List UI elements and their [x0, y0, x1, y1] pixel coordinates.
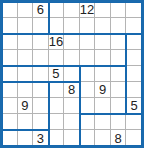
clue-number: 3: [37, 132, 44, 145]
grid-cell-r6c5[interactable]: 8: [64, 82, 80, 98]
grid-cell-r7c2[interactable]: 9: [18, 98, 34, 114]
clue-number: 6: [37, 3, 44, 16]
clue-number: 5: [52, 67, 59, 80]
grid-cell-r2c8[interactable]: [111, 18, 127, 34]
grid-cell-r8c7[interactable]: [95, 114, 111, 130]
grid-cell-r4c7[interactable]: [95, 50, 111, 66]
grid-cell-r5c2[interactable]: [18, 66, 34, 82]
grid-cell-r6c1[interactable]: [2, 82, 18, 98]
grid-cell-r1c4[interactable]: [49, 2, 65, 18]
grid-cell-r8c8[interactable]: [111, 114, 127, 130]
grid-cell-r3c3[interactable]: [33, 34, 49, 50]
grid-cell-r8c1[interactable]: [2, 114, 18, 130]
grid-cell-r1c2[interactable]: [18, 2, 34, 18]
shikaku-board: 612165899538: [0, 0, 144, 148]
grid-cell-r4c6[interactable]: [80, 50, 96, 66]
grid-cell-r6c3[interactable]: [33, 82, 49, 98]
grid-cell-r9c4[interactable]: [49, 130, 65, 146]
grid-cell-r6c4[interactable]: [49, 82, 65, 98]
clue-number: 16: [49, 35, 63, 48]
grid-cell-r3c8[interactable]: [111, 34, 127, 50]
grid-cell-r3c2[interactable]: [18, 34, 34, 50]
grid-cell-r4c3[interactable]: [33, 50, 49, 66]
grid-cell-r9c1[interactable]: [2, 130, 18, 146]
grid-cell-r7c3[interactable]: [33, 98, 49, 114]
grid-cell-r2c9[interactable]: [126, 18, 142, 34]
grid-cell-r9c8[interactable]: 8: [111, 130, 127, 146]
grid-cell-r6c8[interactable]: [111, 82, 127, 98]
grid-cell-r5c7[interactable]: [95, 66, 111, 82]
grid-cell-r4c4[interactable]: [49, 50, 65, 66]
clue-number: 12: [80, 3, 94, 16]
grid-cell-r4c2[interactable]: [18, 50, 34, 66]
grid-cell-r2c3[interactable]: [33, 18, 49, 34]
grid-cell-r9c5[interactable]: [64, 130, 80, 146]
grid-cell-r9c2[interactable]: [18, 130, 34, 146]
grid-cell-r6c7[interactable]: 9: [95, 82, 111, 98]
grid-cell-r9c9[interactable]: [126, 130, 142, 146]
grid-cell-r9c7[interactable]: [95, 130, 111, 146]
grid-cell-r6c9[interactable]: [126, 82, 142, 98]
grid-cell-r1c3[interactable]: 6: [33, 2, 49, 18]
grid-cell-r3c1[interactable]: [2, 34, 18, 50]
grid-cell-r1c7[interactable]: [95, 2, 111, 18]
grid-cell-r7c9[interactable]: 5: [126, 98, 142, 114]
grid-cell-r1c8[interactable]: [111, 2, 127, 18]
grid-cell-r7c7[interactable]: [95, 98, 111, 114]
grid-cell-r8c6[interactable]: [80, 114, 96, 130]
grid-cell-r2c1[interactable]: [2, 18, 18, 34]
grid-cell-r2c2[interactable]: [18, 18, 34, 34]
grid-cell-r4c8[interactable]: [111, 50, 127, 66]
clue-number: 5: [131, 99, 138, 112]
grid-cell-r6c6[interactable]: [80, 82, 96, 98]
grid-cell-r1c5[interactable]: [64, 2, 80, 18]
grid-cell-r5c6[interactable]: [80, 66, 96, 82]
grid-cell-r4c5[interactable]: [64, 50, 80, 66]
grid-cell-r6c2[interactable]: [18, 82, 34, 98]
grid-cell-r1c6[interactable]: 12: [80, 2, 96, 18]
grid-cell-r9c6[interactable]: [80, 130, 96, 146]
grid-cell-r1c9[interactable]: [126, 2, 142, 18]
grid-cell-r3c5[interactable]: [64, 34, 80, 50]
grid-cell-r8c2[interactable]: [18, 114, 34, 130]
grid-cell-r9c3[interactable]: 3: [33, 130, 49, 146]
clue-number: 8: [115, 132, 122, 145]
grid-cell-r2c4[interactable]: [49, 18, 65, 34]
grid-cell-r8c9[interactable]: [126, 114, 142, 130]
grid-cell-r4c1[interactable]: [2, 50, 18, 66]
grid-cell-r3c9[interactable]: [126, 34, 142, 50]
grid-cell-r4c9[interactable]: [126, 50, 142, 66]
grid-cell-r5c9[interactable]: [126, 66, 142, 82]
grid-cell-r7c1[interactable]: [2, 98, 18, 114]
clue-number: 8: [68, 83, 75, 96]
clue-number: 9: [21, 99, 28, 112]
grid-cell-r8c3[interactable]: [33, 114, 49, 130]
grid-cell-r3c7[interactable]: [95, 34, 111, 50]
puzzle-grid: 612165899538: [2, 2, 142, 146]
grid-cell-r7c4[interactable]: [49, 98, 65, 114]
grid-cell-r3c4[interactable]: 16: [49, 34, 65, 50]
grid-cell-r5c1[interactable]: [2, 66, 18, 82]
grid-cell-r2c6[interactable]: [80, 18, 96, 34]
grid-cell-r8c5[interactable]: [64, 114, 80, 130]
grid-cell-r7c5[interactable]: [64, 98, 80, 114]
grid-cell-r5c4[interactable]: 5: [49, 66, 65, 82]
grid-cell-r7c6[interactable]: [80, 98, 96, 114]
grid-cell-r7c8[interactable]: [111, 98, 127, 114]
grid-cell-r5c8[interactable]: [111, 66, 127, 82]
grid-cell-r5c5[interactable]: [64, 66, 80, 82]
grid-cell-r2c5[interactable]: [64, 18, 80, 34]
grid-cell-r2c7[interactable]: [95, 18, 111, 34]
grid-cell-r3c6[interactable]: [80, 34, 96, 50]
clue-number: 9: [99, 83, 106, 96]
grid-cell-r1c1[interactable]: [2, 2, 18, 18]
grid-cell-r5c3[interactable]: [33, 66, 49, 82]
grid-cell-r8c4[interactable]: [49, 114, 65, 130]
